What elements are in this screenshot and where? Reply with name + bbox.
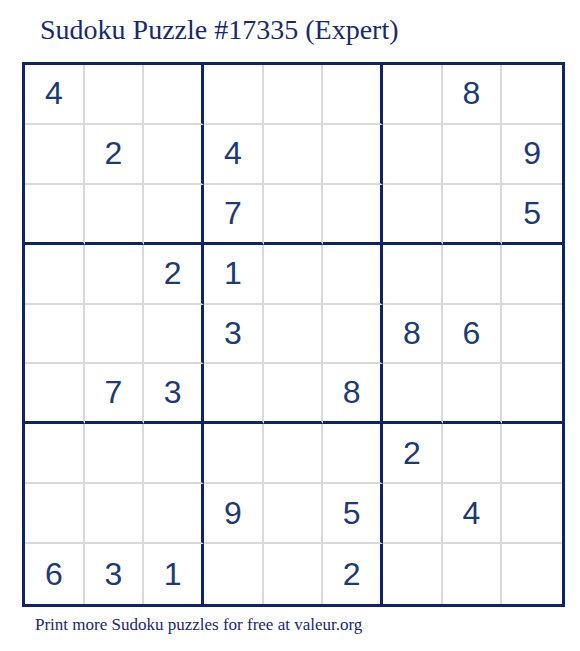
sudoku-cell-r9c1[interactable]: 6 <box>25 544 85 604</box>
sudoku-cell-r8c3[interactable] <box>144 484 204 544</box>
sudoku-cell-r1c2[interactable] <box>85 65 145 125</box>
sudoku-grid: 48249752138673829546312 <box>22 62 565 607</box>
sudoku-cell-r9c8[interactable] <box>443 544 503 604</box>
sudoku-cell-r9c6[interactable]: 2 <box>323 544 383 604</box>
sudoku-cell-r8c8[interactable]: 4 <box>443 484 503 544</box>
sudoku-cell-r2c1[interactable] <box>25 125 85 185</box>
sudoku-cell-r5c2[interactable] <box>85 305 145 365</box>
sudoku-cell-r6c8[interactable] <box>443 364 503 424</box>
sudoku-cell-r9c3[interactable]: 1 <box>144 544 204 604</box>
sudoku-cell-r6c9[interactable] <box>502 364 562 424</box>
sudoku-cell-r9c9[interactable] <box>502 544 562 604</box>
sudoku-cell-r3c9[interactable]: 5 <box>502 185 562 245</box>
sudoku-cell-r1c9[interactable] <box>502 65 562 125</box>
sudoku-cell-r8c5[interactable] <box>264 484 324 544</box>
sudoku-cell-r4c5[interactable] <box>264 245 324 305</box>
sudoku-cell-r8c4[interactable]: 9 <box>204 484 264 544</box>
sudoku-cell-r5c4[interactable]: 3 <box>204 305 264 365</box>
sudoku-cell-r7c4[interactable] <box>204 424 264 484</box>
sudoku-cell-r2c2[interactable]: 2 <box>85 125 145 185</box>
sudoku-cell-r3c3[interactable] <box>144 185 204 245</box>
sudoku-cell-r9c7[interactable] <box>383 544 443 604</box>
sudoku-cell-r2c5[interactable] <box>264 125 324 185</box>
sudoku-cell-r9c4[interactable] <box>204 544 264 604</box>
sudoku-cell-r3c5[interactable] <box>264 185 324 245</box>
sudoku-cell-r5c8[interactable]: 6 <box>443 305 503 365</box>
sudoku-cell-r5c3[interactable] <box>144 305 204 365</box>
sudoku-cell-r1c1[interactable]: 4 <box>25 65 85 125</box>
sudoku-cell-r7c2[interactable] <box>85 424 145 484</box>
sudoku-cell-r3c1[interactable] <box>25 185 85 245</box>
sudoku-cell-r6c1[interactable] <box>25 364 85 424</box>
sudoku-cell-r3c8[interactable] <box>443 185 503 245</box>
sudoku-cell-r3c2[interactable] <box>85 185 145 245</box>
sudoku-cell-r5c7[interactable]: 8 <box>383 305 443 365</box>
sudoku-cell-r4c7[interactable] <box>383 245 443 305</box>
sudoku-cell-r6c6[interactable]: 8 <box>323 364 383 424</box>
sudoku-cell-r8c2[interactable] <box>85 484 145 544</box>
sudoku-cell-r3c7[interactable] <box>383 185 443 245</box>
sudoku-cell-r4c4[interactable]: 1 <box>204 245 264 305</box>
sudoku-cell-r1c6[interactable] <box>323 65 383 125</box>
sudoku-cell-r2c4[interactable]: 4 <box>204 125 264 185</box>
sudoku-cell-r4c8[interactable] <box>443 245 503 305</box>
sudoku-cell-r5c5[interactable] <box>264 305 324 365</box>
sudoku-cell-r1c8[interactable]: 8 <box>443 65 503 125</box>
sudoku-cell-r5c1[interactable] <box>25 305 85 365</box>
sudoku-cell-r2c3[interactable] <box>144 125 204 185</box>
sudoku-cell-r4c2[interactable] <box>85 245 145 305</box>
sudoku-cell-r8c1[interactable] <box>25 484 85 544</box>
sudoku-cell-r4c9[interactable] <box>502 245 562 305</box>
sudoku-cell-r7c5[interactable] <box>264 424 324 484</box>
sudoku-cell-r4c3[interactable]: 2 <box>144 245 204 305</box>
sudoku-cell-r2c7[interactable] <box>383 125 443 185</box>
sudoku-cell-r4c1[interactable] <box>25 245 85 305</box>
sudoku-cell-r6c4[interactable] <box>204 364 264 424</box>
sudoku-cell-r8c9[interactable] <box>502 484 562 544</box>
sudoku-cell-r9c2[interactable]: 3 <box>85 544 145 604</box>
sudoku-cell-r2c8[interactable] <box>443 125 503 185</box>
sudoku-cell-r7c6[interactable] <box>323 424 383 484</box>
sudoku-cell-r1c5[interactable] <box>264 65 324 125</box>
sudoku-cell-r8c6[interactable]: 5 <box>323 484 383 544</box>
sudoku-cell-r6c3[interactable]: 3 <box>144 364 204 424</box>
sudoku-cell-r7c3[interactable] <box>144 424 204 484</box>
sudoku-cell-r8c7[interactable] <box>383 484 443 544</box>
sudoku-cell-r6c5[interactable] <box>264 364 324 424</box>
sudoku-cell-r5c6[interactable] <box>323 305 383 365</box>
sudoku-cell-r9c5[interactable] <box>264 544 324 604</box>
sudoku-cell-r4c6[interactable] <box>323 245 383 305</box>
sudoku-cell-r5c9[interactable] <box>502 305 562 365</box>
sudoku-cell-r1c4[interactable] <box>204 65 264 125</box>
sudoku-cell-r6c2[interactable]: 7 <box>85 364 145 424</box>
sudoku-cell-r2c9[interactable]: 9 <box>502 125 562 185</box>
sudoku-cell-r3c6[interactable] <box>323 185 383 245</box>
page-title: Sudoku Puzzle #17335 (Expert) <box>40 14 399 46</box>
footer-text: Print more Sudoku puzzles for free at va… <box>35 615 362 635</box>
sudoku-cell-r7c9[interactable] <box>502 424 562 484</box>
sudoku-cell-r7c8[interactable] <box>443 424 503 484</box>
sudoku-cell-r7c7[interactable]: 2 <box>383 424 443 484</box>
sudoku-cell-r1c3[interactable] <box>144 65 204 125</box>
sudoku-cell-r1c7[interactable] <box>383 65 443 125</box>
sudoku-cell-r3c4[interactable]: 7 <box>204 185 264 245</box>
sudoku-cell-r6c7[interactable] <box>383 364 443 424</box>
sudoku-cell-r7c1[interactable] <box>25 424 85 484</box>
sudoku-cell-r2c6[interactable] <box>323 125 383 185</box>
